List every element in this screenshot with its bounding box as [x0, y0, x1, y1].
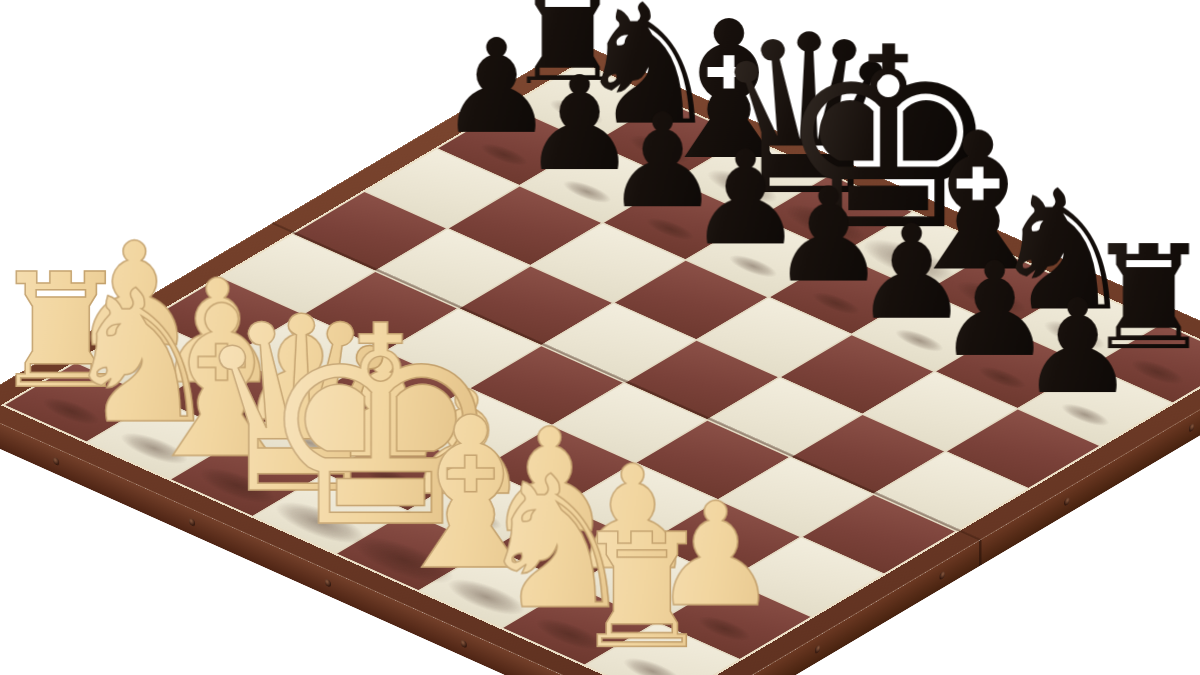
glyph-white-rook: ♜	[492, 512, 792, 670]
chess-photo-stage: ♜♞♝♛♚♝♞♜♟♟♟♟♟♟♟♟♟♟♟♟♟♟♟♟♜♞♝♛♚♝♞♜	[0, 0, 1200, 675]
frame-screw	[1189, 423, 1194, 433]
fold-hinge-seam	[979, 539, 982, 566]
chess-board: ♜♞♝♛♚♝♞♜♟♟♟♟♟♟♟♟♟♟♟♟♟♟♟♟♜♞♝♛♚♝♞♜	[0, 42, 1200, 675]
frame-screw	[461, 639, 467, 649]
glyph-black-pawn: ♟	[928, 282, 1200, 412]
frame-screw	[815, 644, 820, 654]
frame-screw	[1064, 497, 1069, 507]
frame-screw	[940, 571, 945, 581]
